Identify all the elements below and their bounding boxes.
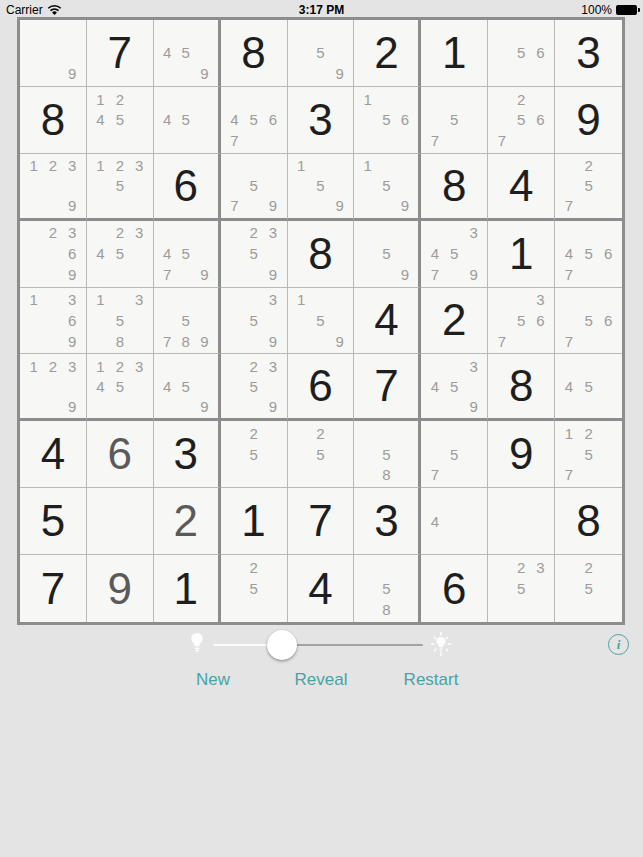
pencil-marks: 4579 (158, 223, 214, 285)
sudoku-board: 9745985921563812454545673156572567912391… (17, 17, 625, 625)
pencil-mark-1: 1 (24, 290, 43, 311)
cell-r8c3[interactable]: 2 (154, 488, 221, 555)
pencil-mark-1: 1 (24, 156, 43, 176)
pencil-marks: 156 (358, 89, 414, 151)
cell-r7c4[interactable]: 25 (221, 421, 288, 488)
pencil-marks: 159 (292, 290, 350, 352)
cell-r2c1[interactable]: 8 (20, 87, 87, 154)
pencil-mark-5: 5 (110, 310, 129, 331)
pencil-mark-2 (512, 22, 531, 43)
pencil-mark-6 (330, 444, 349, 465)
pencil-mark-1: 1 (292, 290, 311, 311)
restart-button[interactable]: Restart (404, 670, 459, 690)
pencil-mark-9: 9 (464, 264, 483, 285)
pencil-mark-8 (512, 130, 531, 151)
pencil-marks: 5789 (158, 290, 214, 352)
pencil-mark-3 (598, 156, 618, 176)
pencil-mark-4 (225, 176, 244, 196)
cell-r4c1[interactable]: 2369 (20, 221, 87, 288)
pencil-mark-9 (464, 531, 483, 552)
pencil-mark-7 (492, 63, 511, 84)
pencil-mark-9: 9 (63, 63, 82, 84)
pencil-mark-3: 3 (263, 223, 282, 244)
cell-r3c2[interactable]: 1235 (87, 154, 154, 221)
pencil-mark-2 (43, 22, 62, 43)
cell-r5c7[interactable]: 2 (421, 288, 488, 355)
pencil-mark-9 (598, 196, 618, 216)
pencil-marks: 12345 (91, 356, 149, 416)
pencil-mark-7: 7 (559, 196, 579, 216)
pencil-mark-9: 9 (63, 396, 82, 416)
pencil-mark-7 (91, 396, 110, 416)
given-digit: 8 (241, 31, 265, 75)
pencil-mark-7 (225, 465, 244, 486)
cell-r5c2[interactable]: 1358 (87, 288, 154, 355)
pencil-mark-1 (425, 223, 444, 244)
cell-r2c2[interactable]: 1245 (87, 87, 154, 154)
pencil-mark-8 (311, 465, 330, 486)
pencil-mark-8 (244, 599, 263, 620)
given-digit: 3 (374, 499, 398, 543)
pencil-mark-6: 6 (396, 110, 415, 131)
cell-r5c8[interactable]: 3567 (488, 288, 555, 355)
cell-r2c8[interactable]: 2567 (488, 87, 555, 154)
pencil-mark-1 (292, 423, 311, 444)
pencil-mark-8 (43, 196, 62, 216)
cell-r6c9[interactable]: 45 (555, 354, 622, 421)
cell-r1c1[interactable]: 9 (20, 20, 87, 87)
pencil-marks: 257 (559, 156, 618, 216)
pencil-marks: 1369 (24, 290, 82, 352)
cell-r2c4[interactable]: 4567 (221, 87, 288, 154)
pencil-mark-7 (225, 599, 244, 620)
pencil-mark-2 (176, 356, 195, 376)
pencil-mark-8 (579, 396, 599, 416)
pencil-mark-6 (598, 176, 618, 196)
cell-r1c8[interactable]: 56 (488, 20, 555, 87)
pencil-mark-6: 6 (63, 243, 82, 264)
pencil-mark-1 (158, 89, 177, 110)
cell-r7c7[interactable]: 57 (421, 421, 488, 488)
pencil-mark-7: 7 (425, 130, 444, 151)
pencil-mark-6: 6 (531, 110, 550, 131)
pencil-mark-1 (492, 89, 511, 110)
pencil-mark-8 (311, 196, 330, 216)
cell-r3c5[interactable]: 159 (288, 154, 355, 221)
pencil-mark-2 (377, 557, 396, 578)
cell-r4c4[interactable]: 2359 (221, 221, 288, 288)
pencil-mark-3 (598, 557, 618, 578)
pencil-mark-3: 3 (263, 356, 282, 376)
cell-r5c9[interactable]: 567 (555, 288, 622, 355)
pencil-mark-4 (225, 243, 244, 264)
pencil-mark-7 (425, 531, 444, 552)
pencil-mark-6 (129, 376, 148, 396)
cell-r8c9[interactable]: 8 (555, 488, 622, 555)
pencil-mark-4: 4 (158, 43, 177, 64)
pencil-marks: 4 (425, 490, 483, 552)
cell-r5c3[interactable]: 5789 (154, 288, 221, 355)
given-digit: 8 (442, 164, 466, 208)
pencil-mark-5 (43, 376, 62, 396)
cell-r1c3[interactable]: 459 (154, 20, 221, 87)
pencil-mark-5: 5 (311, 444, 330, 465)
pencil-mark-6 (330, 176, 349, 196)
given-digit: 6 (308, 364, 332, 408)
cell-r4c9[interactable]: 4567 (555, 221, 622, 288)
pencil-mark-1 (559, 223, 579, 244)
cell-r7c3[interactable]: 3 (154, 421, 221, 488)
cell-r6c4[interactable]: 2359 (221, 354, 288, 421)
pencil-mark-5: 5 (579, 376, 599, 396)
cell-r4c2[interactable]: 2345 (87, 221, 154, 288)
pencil-mark-3 (396, 557, 415, 578)
pencil-mark-1: 1 (91, 290, 110, 311)
pencil-mark-3 (396, 156, 415, 176)
pencil-mark-2 (110, 290, 129, 311)
pencil-mark-9 (129, 396, 148, 416)
cell-r5c5[interactable]: 159 (288, 288, 355, 355)
info-button-label: i (617, 637, 621, 653)
pencil-mark-7 (91, 196, 110, 216)
cell-r1c2[interactable]: 7 (87, 20, 154, 87)
slider-track[interactable] (213, 644, 423, 646)
pencil-mark-9 (598, 465, 618, 486)
pencil-mark-1 (292, 22, 311, 43)
pencil-mark-5: 5 (244, 310, 263, 331)
cell-r4c8[interactable]: 1 (488, 221, 555, 288)
pencil-mark-2 (311, 22, 330, 43)
cell-r9c4[interactable]: 25 (221, 555, 288, 622)
pencil-mark-7: 7 (559, 264, 579, 285)
pencil-mark-4: 4 (158, 110, 177, 131)
pencil-mark-7 (492, 599, 511, 620)
pencil-mark-4 (492, 43, 511, 64)
pencil-mark-1 (91, 223, 110, 244)
cell-r7c8[interactable]: 9 (488, 421, 555, 488)
pencil-mark-8 (244, 264, 263, 285)
pencil-mark-8 (512, 63, 531, 84)
pencil-mark-2 (176, 22, 195, 43)
cell-r3c8[interactable]: 4 (488, 154, 555, 221)
cell-r7c6[interactable]: 58 (354, 421, 421, 488)
cell-r3c1[interactable]: 1239 (20, 154, 87, 221)
pencil-mark-9 (531, 63, 550, 84)
pencil-mark-9 (598, 599, 618, 620)
reveal-button[interactable]: Reveal (295, 670, 348, 690)
pencil-mark-4 (225, 578, 244, 599)
cell-r3c9[interactable]: 257 (555, 154, 622, 221)
pencil-marks: 567 (559, 290, 618, 352)
pencil-mark-3 (330, 156, 349, 176)
cell-r8c4[interactable]: 1 (221, 488, 288, 555)
pencil-mark-1 (225, 290, 244, 311)
pencil-mark-3 (263, 557, 282, 578)
cell-r3c3[interactable]: 6 (154, 154, 221, 221)
cell-r6c8[interactable]: 8 (488, 354, 555, 421)
pencil-mark-3 (129, 89, 148, 110)
pencil-mark-2: 2 (110, 356, 129, 376)
pencil-mark-6 (63, 176, 82, 196)
pencil-mark-1 (225, 356, 244, 376)
pencil-mark-6 (464, 243, 483, 264)
cell-r9c6[interactable]: 58 (354, 555, 421, 622)
pencil-mark-7 (24, 63, 43, 84)
cell-r7c5[interactable]: 25 (288, 421, 355, 488)
pencil-mark-5 (43, 310, 62, 331)
cell-r8c7[interactable]: 4 (421, 488, 488, 555)
pencil-mark-6 (598, 376, 618, 396)
pencil-mark-9 (531, 130, 550, 151)
pencil-marks: 45 (158, 89, 214, 151)
cell-r2c7[interactable]: 57 (421, 87, 488, 154)
pencil-mark-8: 8 (110, 331, 129, 352)
pencil-mark-1 (492, 22, 511, 43)
cell-r5c4[interactable]: 359 (221, 288, 288, 355)
bright-bulb-icon (429, 632, 453, 658)
pencil-mark-3: 3 (63, 290, 82, 311)
pencil-mark-1 (358, 557, 377, 578)
pencil-mark-4 (425, 444, 444, 465)
cell-r2c3[interactable]: 45 (154, 87, 221, 154)
pencil-mark-7 (24, 264, 43, 285)
pencil-mark-4 (492, 110, 511, 131)
pencil-mark-6 (263, 243, 282, 264)
pencil-marks: 4567 (559, 223, 618, 285)
cell-r3c4[interactable]: 579 (221, 154, 288, 221)
pencil-mark-2 (244, 156, 263, 176)
pencil-mark-4 (559, 310, 579, 331)
pencil-mark-8 (311, 331, 330, 352)
pencil-mark-7 (24, 396, 43, 416)
given-digit: 2 (442, 298, 466, 342)
pencil-mark-4: 4 (559, 376, 579, 396)
given-digit: 6 (442, 567, 466, 611)
cell-r1c7[interactable]: 1 (421, 20, 488, 87)
cell-r9c3[interactable]: 1 (154, 555, 221, 622)
cell-r6c5[interactable]: 6 (288, 354, 355, 421)
pencil-mark-5: 5 (110, 243, 129, 264)
pencil-marks: 1239 (24, 156, 82, 216)
new-button[interactable]: New (196, 670, 230, 690)
cell-r1c6[interactable]: 2 (354, 20, 421, 87)
cell-r9c7[interactable]: 6 (421, 555, 488, 622)
pencil-marks: 34579 (425, 223, 483, 285)
pencil-mark-7 (158, 396, 177, 416)
pencil-mark-2 (311, 156, 330, 176)
pencil-mark-8 (176, 130, 195, 151)
pencil-mark-6 (195, 243, 214, 264)
cell-r6c2[interactable]: 12345 (87, 354, 154, 421)
pencil-marks: 2567 (492, 89, 550, 151)
pencil-mark-6 (464, 110, 483, 131)
pencil-mark-5: 5 (176, 43, 195, 64)
given-digit: 6 (173, 164, 197, 208)
pencil-mark-9 (263, 130, 282, 151)
cell-r4c5[interactable]: 8 (288, 221, 355, 288)
pencil-mark-7 (292, 331, 311, 352)
cell-r2c5[interactable]: 3 (288, 87, 355, 154)
pencil-mark-8 (110, 196, 129, 216)
cell-r1c9[interactable]: 3 (555, 20, 622, 87)
pencil-mark-8 (579, 264, 599, 285)
info-button[interactable]: i (608, 634, 629, 655)
pencil-mark-3: 3 (464, 356, 483, 376)
pencil-mark-4 (225, 444, 244, 465)
pencil-mark-7 (158, 63, 177, 84)
cell-r1c5[interactable]: 59 (288, 20, 355, 87)
pencil-mark-5: 5 (512, 43, 531, 64)
pencil-mark-2 (176, 89, 195, 110)
pencil-marks: 57 (425, 423, 483, 485)
pencil-marks: 159 (292, 156, 350, 216)
pencil-mark-3 (330, 423, 349, 444)
pencil-mark-3 (464, 423, 483, 444)
pencil-mark-3 (330, 290, 349, 311)
pencil-mark-8 (579, 465, 599, 486)
cell-r7c2[interactable]: 6 (87, 421, 154, 488)
pencil-mark-2: 2 (579, 423, 599, 444)
pencil-mark-7 (358, 465, 377, 486)
cell-r8c5[interactable]: 7 (288, 488, 355, 555)
pencil-mark-4 (24, 176, 43, 196)
pencil-mark-3: 3 (63, 356, 82, 376)
pencil-marks: 3567 (492, 290, 550, 352)
cell-r7c1[interactable]: 4 (20, 421, 87, 488)
pencil-mark-8 (110, 396, 129, 416)
cell-r8c6[interactable]: 3 (354, 488, 421, 555)
pencil-mark-5: 5 (311, 310, 330, 331)
pencil-mark-1: 1 (358, 156, 377, 176)
pencil-mark-3 (464, 490, 483, 511)
cell-r3c6[interactable]: 159 (354, 154, 421, 221)
cell-r3c7[interactable]: 8 (421, 154, 488, 221)
given-digit: 4 (308, 567, 332, 611)
pencil-mark-7 (91, 264, 110, 285)
cell-r9c2[interactable]: 9 (87, 555, 154, 622)
given-digit: 7 (41, 567, 65, 611)
pencil-mark-8 (377, 130, 396, 151)
clock: 3:17 PM (0, 3, 643, 17)
pencil-mark-6 (195, 310, 214, 331)
pencil-marks: 235 (492, 557, 550, 620)
pencil-mark-8 (244, 196, 263, 216)
slider-knob[interactable] (267, 630, 297, 660)
pencil-mark-7: 7 (158, 264, 177, 285)
pencil-mark-8 (512, 331, 531, 352)
cell-r4c6[interactable]: 59 (354, 221, 421, 288)
cell-r6c7[interactable]: 3459 (421, 354, 488, 421)
pencil-marks: 1358 (91, 290, 149, 352)
given-digit: 1 (442, 31, 466, 75)
pencil-mark-6 (396, 243, 415, 264)
cell-r9c9[interactable]: 25 (555, 555, 622, 622)
pencil-mark-7 (425, 396, 444, 416)
pencil-mark-3 (396, 423, 415, 444)
cell-r8c1[interactable]: 5 (20, 488, 87, 555)
given-digit: 4 (509, 164, 533, 208)
pencil-mark-7 (559, 396, 579, 416)
pencil-mark-2: 2 (512, 89, 531, 110)
pencil-mark-8 (377, 196, 396, 216)
pencil-mark-6 (263, 310, 282, 331)
pencil-mark-3 (396, 223, 415, 244)
cell-r5c6[interactable]: 4 (354, 288, 421, 355)
pencil-mark-3: 3 (129, 356, 148, 376)
pencil-mark-7: 7 (559, 331, 579, 352)
cell-r8c8[interactable] (488, 488, 555, 555)
given-digit: 3 (173, 432, 197, 476)
pencil-mark-8 (579, 599, 599, 620)
pencil-mark-8: 8 (377, 465, 396, 486)
pencil-mark-2 (579, 223, 599, 244)
pencil-mark-2: 2 (43, 156, 62, 176)
pencil-mark-9: 9 (63, 264, 82, 285)
pencil-mark-5: 5 (244, 444, 263, 465)
pencil-mark-3: 3 (63, 223, 82, 244)
cell-r1c4[interactable]: 8 (221, 20, 288, 87)
pencil-mark-5 (43, 176, 62, 196)
cell-r2c6[interactable]: 156 (354, 87, 421, 154)
pencil-marks: 459 (158, 22, 214, 84)
cell-r9c5[interactable]: 4 (288, 555, 355, 622)
cell-r6c6[interactable]: 7 (354, 354, 421, 421)
cell-r6c3[interactable]: 459 (154, 354, 221, 421)
cell-r7c9[interactable]: 1257 (555, 421, 622, 488)
pencil-mark-6 (263, 376, 282, 396)
cell-r4c7[interactable]: 34579 (421, 221, 488, 288)
pencil-mark-2 (445, 423, 464, 444)
entered-digit: 2 (173, 499, 197, 543)
pencil-marks: 2345 (91, 223, 149, 285)
pencil-mark-6 (195, 376, 214, 396)
cell-r4c3[interactable]: 4579 (154, 221, 221, 288)
pencil-mark-5: 5 (244, 376, 263, 396)
cell-r8c2[interactable] (87, 488, 154, 555)
cell-r9c8[interactable]: 235 (488, 555, 555, 622)
pencil-mark-3 (531, 22, 550, 43)
pencil-mark-5: 5 (445, 444, 464, 465)
pencil-marks: 56 (492, 22, 550, 84)
pencil-mark-8 (176, 396, 195, 416)
pencil-marks: 59 (358, 223, 414, 285)
pencil-mark-2: 2 (43, 356, 62, 376)
pencil-mark-2 (579, 356, 599, 376)
given-digit: 4 (41, 432, 65, 476)
pencil-mark-9 (129, 264, 148, 285)
pencil-marks: 58 (358, 423, 414, 485)
pencil-mark-4: 4 (158, 376, 177, 396)
pencil-mark-4 (24, 243, 43, 264)
cell-r5c1[interactable]: 1369 (20, 288, 87, 355)
pencil-mark-6 (129, 176, 148, 196)
cell-r2c9[interactable]: 9 (555, 87, 622, 154)
pencil-marks: 359 (225, 290, 283, 352)
pencil-mark-9 (464, 465, 483, 486)
pencil-mark-6 (63, 43, 82, 64)
pencil-mark-8 (377, 264, 396, 285)
pencil-mark-1 (158, 290, 177, 311)
pencil-mark-4 (358, 176, 377, 196)
pencil-mark-2: 2 (110, 156, 129, 176)
pencil-mark-6 (330, 43, 349, 64)
pencil-mark-7: 7 (225, 196, 244, 216)
cell-r6c1[interactable]: 1239 (20, 354, 87, 421)
pencil-mark-1 (559, 156, 579, 176)
pencil-mark-6 (464, 511, 483, 532)
cell-r9c1[interactable]: 7 (20, 555, 87, 622)
pencil-mark-7: 7 (225, 130, 244, 151)
